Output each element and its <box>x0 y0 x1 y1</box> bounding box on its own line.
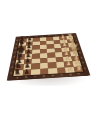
square-e8: ♚ <box>17 50 25 55</box>
board-tilt-wrapper: abcdefgh abcdefgh 87654321 87654321 ♜ ♟ <box>10 16 84 90</box>
squares-grid: ♜ ♟ ♟ ♜ ♞ ♟ ♟ ♞ <box>13 36 83 77</box>
chess-set-product-photo[interactable]: abcdefgh abcdefgh 87654321 87654321 ♜ ♟ <box>0 0 95 126</box>
square-f6 <box>32 45 39 50</box>
perspective-scene: abcdefgh abcdefgh 87654321 87654321 ♜ ♟ <box>10 16 84 90</box>
square-d5 <box>40 53 48 58</box>
chess-board: abcdefgh abcdefgh 87654321 87654321 ♜ ♟ <box>7 33 91 81</box>
square-e1: ♚ <box>68 47 77 52</box>
